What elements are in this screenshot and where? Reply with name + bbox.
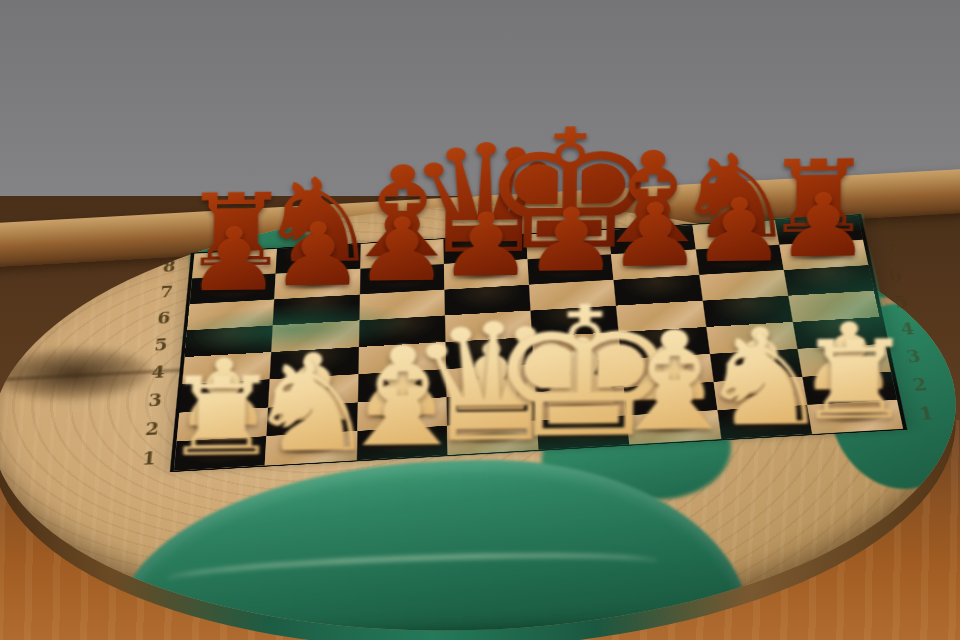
square-h1[interactable]: ♜ <box>807 400 903 434</box>
square-h6[interactable] <box>783 265 873 296</box>
black-pawn[interactable]: ♟ <box>640 180 960 271</box>
board-perspective-scene: ♜♞♝♛♚♝♞♜♟♟♟♟♟♟♟♟♟♟♟♟♟♟♟♟♜♞♝♛♚♝♞♜ 8877665… <box>252 57 812 617</box>
chess-board: ♜♞♝♛♚♝♞♜♟♟♟♟♟♟♟♟♟♟♟♟♟♟♟♟♜♞♝♛♚♝♞♜ <box>170 214 907 472</box>
photo-stage: ♜♞♝♛♚♝♞♜♟♟♟♟♟♟♟♟♟♟♟♟♟♟♟♟♜♞♝♛♚♝♞♜ 8877665… <box>0 0 960 640</box>
board-plane: ♜♞♝♛♚♝♞♜♟♟♟♟♟♟♟♟♟♟♟♟♟♟♟♟♜♞♝♛♚♝♞♜ 8877665… <box>170 214 907 472</box>
